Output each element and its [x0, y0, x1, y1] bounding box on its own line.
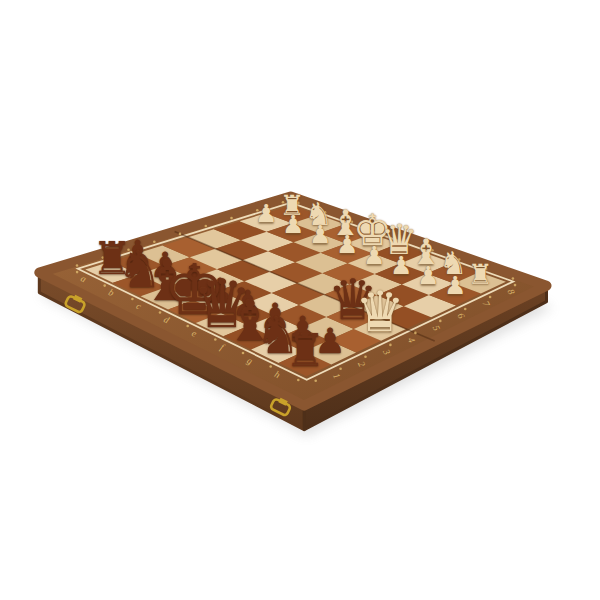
frame-dot-inlay [131, 298, 134, 301]
frame-dot-inlay [76, 271, 79, 274]
frame-dot-inlay [153, 241, 156, 244]
frame-dot-inlay [282, 201, 285, 204]
frame-dot-inlay [230, 217, 233, 220]
frame-dot-inlay [324, 211, 327, 214]
frame-dot-inlay [102, 256, 105, 259]
frame-dot-inlay [351, 221, 354, 224]
frame-dot-inlay [489, 296, 492, 299]
frame-dot-inlay [186, 325, 189, 328]
frame-dot-inlay [339, 368, 342, 371]
frame-dot-inlay [205, 225, 208, 228]
chess-board: abcdefgh12345678 [0, 0, 600, 600]
frame-dot-inlay [404, 239, 407, 242]
frame-dot-inlay [514, 284, 517, 287]
frame-dot-inlay [512, 277, 515, 280]
frame-dot-inlay [297, 379, 300, 382]
frame-dot-inlay [256, 209, 259, 212]
frame-dot-inlay [242, 352, 245, 355]
frame-dot-inlay [485, 268, 488, 271]
frame-dot-inlay [464, 308, 467, 311]
frame-dot-inlay [127, 248, 130, 251]
frame-dot-inlay [269, 365, 272, 368]
frame-dot-inlay [76, 264, 79, 267]
frame-dot-inlay [159, 311, 162, 314]
frame-dot-inlay [314, 379, 317, 382]
frame-dot-inlay [414, 332, 417, 335]
frame-dot-inlay [297, 202, 300, 205]
product-photo-scene: abcdefgh12345678 ♜♞♝♚♛♝♞♜♟♟♟♟♟♟♟♟♛♛♟♟♟♟♟… [0, 0, 600, 600]
frame-dot-inlay [431, 249, 434, 252]
frame-dot-inlay [214, 338, 217, 341]
frame-dot-inlay [364, 356, 367, 359]
frame-dot-inlay [179, 233, 182, 236]
frame-dot-inlay [458, 258, 461, 261]
frame-dot-inlay [103, 284, 106, 287]
frame-dot-inlay [378, 230, 381, 233]
frame-dot-inlay [439, 320, 442, 323]
frame-dot-inlay [389, 344, 392, 347]
